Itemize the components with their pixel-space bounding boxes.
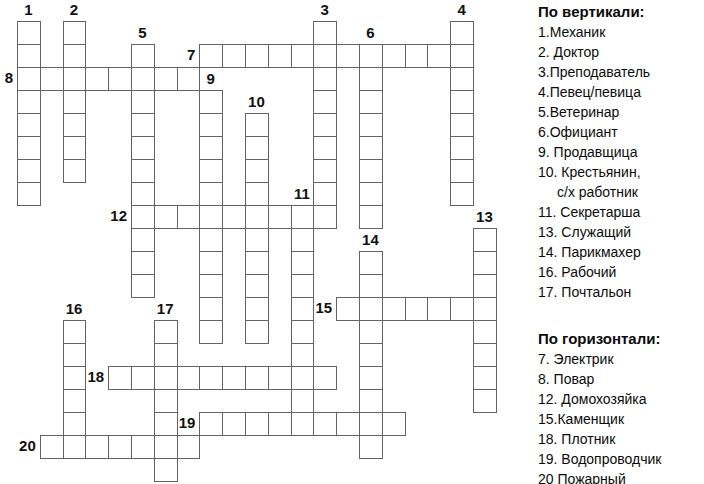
down-clue-10: 13. Служащий	[538, 222, 702, 242]
down-clues-list: 1.Механик2. Доктор3.Преподаватель4.Певец…	[538, 22, 702, 302]
cell-20-across-0[interactable]	[40, 435, 64, 459]
cell-19-across-1[interactable]	[222, 412, 246, 436]
cell-11-down-1[interactable]	[291, 228, 315, 252]
cell-4-down-5[interactable]	[450, 136, 474, 160]
grid-number-1: 1	[16, 1, 41, 19]
cell-3-down-7[interactable]	[313, 182, 337, 206]
cell-18-across-4[interactable]	[199, 366, 223, 390]
cell-16-down-1[interactable]	[63, 343, 87, 367]
cell-12-across-3[interactable]	[199, 205, 223, 229]
cell-20-across-4[interactable]	[131, 435, 155, 459]
cell-1-down-4[interactable]	[17, 113, 41, 137]
across-clue-3: 15.Каменщик	[538, 409, 702, 429]
cell-8-across-0[interactable]	[17, 67, 41, 91]
cell-4-down-2[interactable]	[450, 67, 474, 91]
cell-8-across-1[interactable]	[40, 67, 64, 91]
grid-number-12: 12	[103, 207, 127, 225]
cell-11-down-2[interactable]	[291, 251, 315, 275]
cell-3-down-5[interactable]	[313, 136, 337, 160]
cell-14-down-0[interactable]	[359, 251, 383, 275]
grid-number-3: 3	[312, 1, 337, 19]
cell-19-across-3[interactable]	[268, 412, 292, 436]
cell-14-down-8[interactable]	[359, 435, 383, 459]
cell-17-down-3[interactable]	[154, 389, 178, 413]
cell-3-down-6[interactable]	[313, 159, 337, 183]
cell-6-down-6[interactable]	[359, 182, 383, 206]
cell-12-across-7[interactable]	[291, 205, 315, 229]
cell-10-down-9[interactable]	[245, 320, 269, 344]
cell-19-across-6[interactable]	[336, 412, 360, 436]
cell-18-across-8[interactable]	[291, 366, 315, 390]
cell-18-across-7[interactable]	[268, 366, 292, 390]
cell-6-down-3[interactable]	[359, 113, 383, 137]
cell-3-down-4[interactable]	[313, 113, 337, 137]
cell-8-across-5[interactable]	[131, 67, 155, 91]
cell-1-down-7[interactable]	[17, 182, 41, 206]
cell-9-down-7[interactable]	[199, 251, 223, 275]
cell-17-down-0[interactable]	[154, 320, 178, 344]
cell-8-across-2[interactable]	[63, 67, 87, 91]
crossword-board: 1234569101113141617781215181920	[0, 0, 536, 484]
cell-15-across-1[interactable]	[359, 297, 383, 321]
cell-7-across-1[interactable]	[222, 44, 246, 68]
cell-14-down-4[interactable]	[359, 343, 383, 367]
cell-9-down-3[interactable]	[199, 159, 223, 183]
down-clue-9: 11. Секретарша	[538, 202, 702, 222]
down-clue-7: 10. Крестьянин,	[538, 162, 702, 182]
cell-19-across-5[interactable]	[313, 412, 337, 436]
cell-3-down-2[interactable]	[313, 67, 337, 91]
cell-4-down-7[interactable]	[450, 182, 474, 206]
cell-16-down-3[interactable]	[63, 389, 87, 413]
cell-15-across-3[interactable]	[405, 297, 429, 321]
cell-13-down-0[interactable]	[473, 228, 497, 252]
cell-8-across-4[interactable]	[108, 67, 132, 91]
cell-7-across-7[interactable]	[359, 44, 383, 68]
cell-7-across-4[interactable]	[291, 44, 315, 68]
cell-12-across-6[interactable]	[268, 205, 292, 229]
cell-20-across-6[interactable]	[177, 435, 201, 459]
cell-8-across-7[interactable]	[177, 67, 201, 91]
cell-9-down-0[interactable]	[199, 90, 223, 114]
cell-5-down-0[interactable]	[131, 44, 155, 68]
grid-number-4: 4	[449, 1, 474, 19]
cell-13-down-5[interactable]	[473, 343, 497, 367]
cell-18-across-3[interactable]	[177, 366, 201, 390]
word-11-down	[291, 205, 315, 436]
cell-18-across-2[interactable]	[154, 366, 178, 390]
word-12-across	[131, 205, 337, 229]
cell-13-down-4[interactable]	[473, 320, 497, 344]
cell-18-across-0[interactable]	[108, 366, 132, 390]
cell-11-down-8[interactable]	[291, 389, 315, 413]
cell-12-across-5[interactable]	[245, 205, 269, 229]
down-clue-12: 16. Рабочий	[538, 262, 702, 282]
cell-19-across-0[interactable]	[199, 412, 223, 436]
down-clue-0: 1.Механик	[538, 22, 702, 42]
cell-7-across-0[interactable]	[199, 44, 223, 68]
across-clue-6: 20 Пожарный	[538, 469, 702, 484]
cell-9-down-4[interactable]	[199, 182, 223, 206]
word-7-across	[199, 44, 474, 68]
grid-number-8: 8	[0, 69, 13, 87]
cell-9-down-10[interactable]	[199, 320, 223, 344]
cell-19-across-8[interactable]	[382, 412, 406, 436]
cell-8-across-6[interactable]	[154, 67, 178, 91]
word-8-across	[17, 67, 200, 91]
cell-5-down-2[interactable]	[131, 90, 155, 114]
cell-7-across-10[interactable]	[427, 44, 451, 68]
cell-2-down-4[interactable]	[63, 113, 87, 137]
cell-2-down-0[interactable]	[63, 21, 87, 45]
cell-14-down-1[interactable]	[359, 274, 383, 298]
down-clue-13: 17. Почтальон	[538, 282, 702, 302]
clues-panel: По вертикали: 1.Механик2. Доктор3.Препод…	[538, 2, 702, 484]
cell-10-down-1[interactable]	[245, 136, 269, 160]
word-2-down	[63, 21, 87, 183]
cell-9-down-9[interactable]	[199, 297, 223, 321]
cell-1-down-1[interactable]	[17, 44, 41, 68]
cell-1-down-3[interactable]	[17, 90, 41, 114]
cell-13-down-6[interactable]	[473, 366, 497, 390]
cell-17-down-1[interactable]	[154, 343, 178, 367]
grid-number-16: 16	[62, 300, 87, 318]
cell-12-across-1[interactable]	[154, 205, 178, 229]
cell-4-down-6[interactable]	[450, 159, 474, 183]
cell-15-across-0[interactable]	[336, 297, 360, 321]
cell-3-down-3[interactable]	[313, 90, 337, 114]
cell-15-across-4[interactable]	[427, 297, 451, 321]
cell-12-across-8[interactable]	[313, 205, 337, 229]
cell-18-across-9[interactable]	[313, 366, 337, 390]
across-clue-4: 18. Плотник	[538, 429, 702, 449]
cell-10-down-7[interactable]	[245, 274, 269, 298]
cell-9-down-2[interactable]	[199, 136, 223, 160]
cell-3-down-0[interactable]	[313, 21, 337, 45]
cell-6-down-1[interactable]	[359, 67, 383, 91]
cell-15-across-5[interactable]	[450, 297, 474, 321]
cell-18-across-6[interactable]	[245, 366, 269, 390]
word-19-across	[199, 412, 405, 436]
across-clue-5: 19. Водопроводчик	[538, 449, 702, 469]
across-clue-2: 12. Домохозяйка	[538, 389, 702, 409]
word-6-down	[359, 44, 383, 229]
cell-11-down-6[interactable]	[291, 343, 315, 367]
grid-number-9: 9	[198, 70, 223, 88]
across-clue-0: 7. Электрик	[538, 349, 702, 369]
grid-number-11: 11	[290, 185, 315, 203]
cell-7-across-6[interactable]	[336, 44, 360, 68]
grid-number-19: 19	[171, 414, 195, 432]
down-clues-title: По вертикали:	[538, 2, 702, 22]
cell-15-across-2[interactable]	[382, 297, 406, 321]
cell-10-down-0[interactable]	[245, 113, 269, 137]
cell-12-across-4[interactable]	[222, 205, 246, 229]
cell-5-down-4[interactable]	[131, 136, 155, 160]
cell-4-down-4[interactable]	[450, 113, 474, 137]
grid-number-10: 10	[244, 93, 269, 111]
grid-number-15: 15	[308, 299, 332, 317]
cell-10-down-5[interactable]	[245, 228, 269, 252]
down-clue-5: 6.Официант	[538, 122, 702, 142]
word-15-across	[336, 297, 497, 321]
cell-2-down-3[interactable]	[63, 90, 87, 114]
cell-6-down-7[interactable]	[359, 205, 383, 229]
cell-9-down-1[interactable]	[199, 113, 223, 137]
cell-13-down-2[interactable]	[473, 274, 497, 298]
cell-11-down-5[interactable]	[291, 320, 315, 344]
cell-5-down-3[interactable]	[131, 113, 155, 137]
cell-10-down-3[interactable]	[245, 182, 269, 206]
cell-6-down-2[interactable]	[359, 90, 383, 114]
word-18-across	[108, 366, 337, 390]
cell-8-across-3[interactable]	[85, 67, 109, 91]
down-clue-6: 9. Продавщица	[538, 142, 702, 162]
cell-6-down-4[interactable]	[359, 136, 383, 160]
word-20-across	[40, 435, 201, 459]
cell-17-down-6[interactable]	[154, 458, 178, 482]
cell-20-across-5[interactable]	[154, 435, 178, 459]
cell-19-across-7[interactable]	[359, 412, 383, 436]
cell-5-down-9[interactable]	[131, 251, 155, 275]
cell-10-down-8[interactable]	[245, 297, 269, 321]
cell-4-down-0[interactable]	[450, 21, 474, 45]
cell-10-down-2[interactable]	[245, 159, 269, 183]
cell-15-across-6[interactable]	[473, 297, 497, 321]
cell-10-down-6[interactable]	[245, 251, 269, 275]
grid-number-13: 13	[472, 208, 497, 226]
cell-14-down-5[interactable]	[359, 366, 383, 390]
cell-7-across-3[interactable]	[268, 44, 292, 68]
cell-9-down-8[interactable]	[199, 274, 223, 298]
cell-9-down-6[interactable]	[199, 228, 223, 252]
cell-7-across-11[interactable]	[450, 44, 474, 68]
cell-4-down-3[interactable]	[450, 90, 474, 114]
cell-7-across-9[interactable]	[405, 44, 429, 68]
grid-number-2: 2	[62, 1, 87, 19]
cell-20-across-3[interactable]	[108, 435, 132, 459]
cell-5-down-5[interactable]	[131, 159, 155, 183]
cell-1-down-0[interactable]	[17, 21, 41, 45]
cell-7-across-5[interactable]	[313, 44, 337, 68]
cell-5-down-6[interactable]	[131, 182, 155, 206]
down-clue-8: с/х работник	[538, 182, 702, 202]
cell-18-across-1[interactable]	[131, 366, 155, 390]
grid-number-20: 20	[12, 437, 36, 455]
cell-6-down-5[interactable]	[359, 159, 383, 183]
cell-14-down-3[interactable]	[359, 320, 383, 344]
down-clue-11: 14. Парикмахер	[538, 242, 702, 262]
across-clues-list: 7. Электрик8. Повар12. Домохозяйка15.Кам…	[538, 349, 702, 484]
grid-number-17: 17	[153, 300, 178, 318]
grid-number-7: 7	[171, 46, 195, 64]
cell-5-down-10[interactable]	[131, 274, 155, 298]
cell-12-across-0[interactable]	[131, 205, 155, 229]
cell-1-down-5[interactable]	[17, 136, 41, 160]
cell-20-across-2[interactable]	[85, 435, 109, 459]
grid-number-6: 6	[358, 24, 383, 42]
cell-13-down-7[interactable]	[473, 389, 497, 413]
down-clue-4: 5.Ветеринар	[538, 102, 702, 122]
cell-13-down-1[interactable]	[473, 251, 497, 275]
cell-16-down-0[interactable]	[63, 320, 87, 344]
down-clue-1: 2. Доктор	[538, 42, 702, 62]
cell-18-across-5[interactable]	[222, 366, 246, 390]
cell-14-down-6[interactable]	[359, 389, 383, 413]
cell-7-across-8[interactable]	[382, 44, 406, 68]
cell-12-across-2[interactable]	[177, 205, 201, 229]
down-clue-3: 4.Певец/певица	[538, 82, 702, 102]
cell-11-down-3[interactable]	[291, 274, 315, 298]
cell-20-across-1[interactable]	[63, 435, 87, 459]
word-1-down	[17, 21, 41, 206]
cell-7-across-2[interactable]	[245, 44, 269, 68]
cell-2-down-1[interactable]	[63, 44, 87, 68]
cell-5-down-8[interactable]	[131, 228, 155, 252]
cell-2-down-5[interactable]	[63, 136, 87, 160]
down-clue-2: 3.Преподаватель	[538, 62, 702, 82]
cell-19-across-4[interactable]	[291, 412, 315, 436]
grid-number-18: 18	[80, 368, 104, 386]
cell-1-down-6[interactable]	[17, 159, 41, 183]
grid-number-5: 5	[130, 24, 155, 42]
cell-19-across-2[interactable]	[245, 412, 269, 436]
cell-16-down-4[interactable]	[63, 412, 87, 436]
cell-2-down-6[interactable]	[63, 159, 87, 183]
grid-number-14: 14	[358, 231, 383, 249]
across-clue-1: 8. Повар	[538, 369, 702, 389]
across-clues-title: По горизонтали:	[538, 329, 702, 349]
